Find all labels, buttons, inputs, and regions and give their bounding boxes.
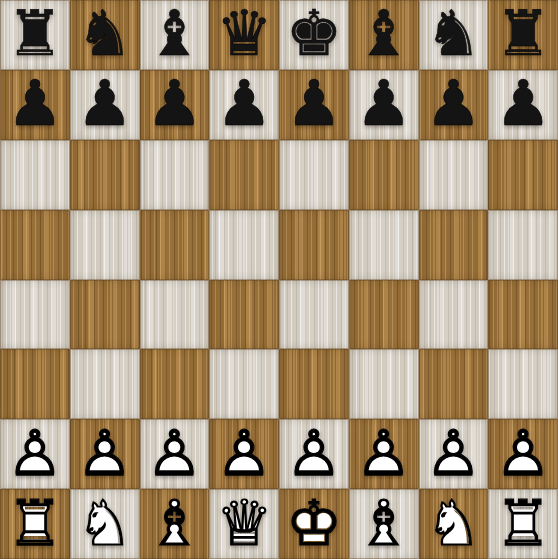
square-b1[interactable]: ♞♘ xyxy=(70,489,140,559)
square-e5[interactable] xyxy=(279,210,349,280)
square-h5[interactable] xyxy=(488,210,558,280)
square-h6[interactable] xyxy=(488,140,558,210)
square-a3[interactable] xyxy=(0,349,70,419)
square-f6[interactable] xyxy=(349,140,419,210)
square-g6[interactable] xyxy=(419,140,489,210)
square-h2[interactable]: ♟♙ xyxy=(488,419,558,489)
white-pawn-outline-icon: ♙ xyxy=(419,419,489,489)
black-king-icon: ♚ xyxy=(279,0,349,70)
chess-board: ♜♞♝♛♚♝♞♜♟♟♟♟♟♟♟♟♟♙♟♙♟♙♟♙♟♙♟♙♟♙♟♙♜♖♞♘♝♗♛♕… xyxy=(0,0,558,559)
square-a5[interactable] xyxy=(0,210,70,280)
square-g5[interactable] xyxy=(419,210,489,280)
black-bishop-icon: ♝ xyxy=(140,0,210,70)
piece-white-king[interactable]: ♚♔ xyxy=(279,489,349,559)
square-d6[interactable] xyxy=(209,140,279,210)
square-c6[interactable] xyxy=(140,140,210,210)
white-rook-outline-icon: ♖ xyxy=(488,489,558,559)
square-c3[interactable] xyxy=(140,349,210,419)
square-e6[interactable] xyxy=(279,140,349,210)
square-b8[interactable]: ♞ xyxy=(70,0,140,70)
square-c7[interactable]: ♟ xyxy=(140,70,210,140)
piece-black-knight[interactable]: ♞ xyxy=(419,0,489,70)
white-rook-outline-icon: ♖ xyxy=(0,489,70,559)
black-pawn-icon: ♟ xyxy=(488,70,558,140)
square-a7[interactable]: ♟ xyxy=(0,70,70,140)
piece-white-pawn[interactable]: ♟♙ xyxy=(209,419,279,489)
white-pawn-outline-icon: ♙ xyxy=(209,419,279,489)
square-c8[interactable]: ♝ xyxy=(140,0,210,70)
piece-white-queen[interactable]: ♛♕ xyxy=(209,489,279,559)
square-a4[interactable] xyxy=(0,280,70,350)
square-b5[interactable] xyxy=(70,210,140,280)
square-b6[interactable] xyxy=(70,140,140,210)
square-e2[interactable]: ♟♙ xyxy=(279,419,349,489)
black-pawn-icon: ♟ xyxy=(0,70,70,140)
piece-white-pawn[interactable]: ♟♙ xyxy=(279,419,349,489)
square-b2[interactable]: ♟♙ xyxy=(70,419,140,489)
square-h8[interactable]: ♜ xyxy=(488,0,558,70)
square-h1[interactable]: ♜♖ xyxy=(488,489,558,559)
square-c2[interactable]: ♟♙ xyxy=(140,419,210,489)
square-c1[interactable]: ♝♗ xyxy=(140,489,210,559)
square-e8[interactable]: ♚ xyxy=(279,0,349,70)
square-e3[interactable] xyxy=(279,349,349,419)
square-f1[interactable]: ♝♗ xyxy=(349,489,419,559)
piece-black-bishop[interactable]: ♝ xyxy=(349,0,419,70)
piece-black-pawn[interactable]: ♟ xyxy=(488,70,558,140)
square-a8[interactable]: ♜ xyxy=(0,0,70,70)
piece-black-king[interactable]: ♚ xyxy=(279,0,349,70)
piece-white-knight[interactable]: ♞♘ xyxy=(70,489,140,559)
white-king-outline-icon: ♔ xyxy=(279,489,349,559)
black-rook-icon: ♜ xyxy=(0,0,70,70)
piece-black-pawn[interactable]: ♟ xyxy=(140,70,210,140)
square-d8[interactable]: ♛ xyxy=(209,0,279,70)
square-e4[interactable] xyxy=(279,280,349,350)
black-pawn-icon: ♟ xyxy=(349,70,419,140)
square-g1[interactable]: ♞♘ xyxy=(419,489,489,559)
piece-black-pawn[interactable]: ♟ xyxy=(0,70,70,140)
white-bishop-outline-icon: ♗ xyxy=(140,489,210,559)
square-h3[interactable] xyxy=(488,349,558,419)
white-knight-outline-icon: ♘ xyxy=(419,489,489,559)
square-a1[interactable]: ♜♖ xyxy=(0,489,70,559)
square-e1[interactable]: ♚♔ xyxy=(279,489,349,559)
piece-black-pawn[interactable]: ♟ xyxy=(419,70,489,140)
square-f8[interactable]: ♝ xyxy=(349,0,419,70)
white-pawn-outline-icon: ♙ xyxy=(488,419,558,489)
piece-black-bishop[interactable]: ♝ xyxy=(140,0,210,70)
square-f2[interactable]: ♟♙ xyxy=(349,419,419,489)
white-bishop-outline-icon: ♗ xyxy=(349,489,419,559)
square-f3[interactable] xyxy=(349,349,419,419)
black-rook-icon: ♜ xyxy=(488,0,558,70)
piece-white-bishop[interactable]: ♝♗ xyxy=(140,489,210,559)
square-g7[interactable]: ♟ xyxy=(419,70,489,140)
square-h4[interactable] xyxy=(488,280,558,350)
black-queen-icon: ♛ xyxy=(209,0,279,70)
piece-white-rook[interactable]: ♜♖ xyxy=(488,489,558,559)
square-d4[interactable] xyxy=(209,280,279,350)
square-c5[interactable] xyxy=(140,210,210,280)
square-a6[interactable] xyxy=(0,140,70,210)
square-b3[interactable] xyxy=(70,349,140,419)
white-pawn-outline-icon: ♙ xyxy=(140,419,210,489)
black-pawn-icon: ♟ xyxy=(140,70,210,140)
square-d5[interactable] xyxy=(209,210,279,280)
piece-white-pawn[interactable]: ♟♙ xyxy=(0,419,70,489)
square-d3[interactable] xyxy=(209,349,279,419)
piece-black-pawn[interactable]: ♟ xyxy=(279,70,349,140)
piece-black-pawn[interactable]: ♟ xyxy=(70,70,140,140)
black-pawn-icon: ♟ xyxy=(419,70,489,140)
square-h7[interactable]: ♟ xyxy=(488,70,558,140)
piece-white-pawn[interactable]: ♟♙ xyxy=(349,419,419,489)
square-b4[interactable] xyxy=(70,280,140,350)
square-b7[interactable]: ♟ xyxy=(70,70,140,140)
white-pawn-outline-icon: ♙ xyxy=(349,419,419,489)
piece-white-pawn[interactable]: ♟♙ xyxy=(419,419,489,489)
piece-black-pawn[interactable]: ♟ xyxy=(209,70,279,140)
piece-black-rook[interactable]: ♜ xyxy=(488,0,558,70)
piece-black-knight[interactable]: ♞ xyxy=(70,0,140,70)
square-f7[interactable]: ♟ xyxy=(349,70,419,140)
square-g4[interactable] xyxy=(419,280,489,350)
piece-black-rook[interactable]: ♜ xyxy=(0,0,70,70)
square-g3[interactable] xyxy=(419,349,489,419)
square-a2[interactable]: ♟♙ xyxy=(0,419,70,489)
square-g8[interactable]: ♞ xyxy=(419,0,489,70)
black-pawn-icon: ♟ xyxy=(70,70,140,140)
piece-white-pawn[interactable]: ♟♙ xyxy=(70,419,140,489)
black-bishop-icon: ♝ xyxy=(349,0,419,70)
black-knight-icon: ♞ xyxy=(419,0,489,70)
black-knight-icon: ♞ xyxy=(70,0,140,70)
square-e7[interactable]: ♟ xyxy=(279,70,349,140)
square-f5[interactable] xyxy=(349,210,419,280)
piece-white-pawn[interactable]: ♟♙ xyxy=(140,419,210,489)
black-pawn-icon: ♟ xyxy=(209,70,279,140)
white-pawn-outline-icon: ♙ xyxy=(0,419,70,489)
piece-white-knight[interactable]: ♞♘ xyxy=(419,489,489,559)
piece-white-bishop[interactable]: ♝♗ xyxy=(349,489,419,559)
square-d7[interactable]: ♟ xyxy=(209,70,279,140)
square-f4[interactable] xyxy=(349,280,419,350)
square-c4[interactable] xyxy=(140,280,210,350)
square-d2[interactable]: ♟♙ xyxy=(209,419,279,489)
white-pawn-outline-icon: ♙ xyxy=(279,419,349,489)
piece-black-pawn[interactable]: ♟ xyxy=(349,70,419,140)
white-knight-outline-icon: ♘ xyxy=(70,489,140,559)
black-pawn-icon: ♟ xyxy=(279,70,349,140)
piece-white-pawn[interactable]: ♟♙ xyxy=(488,419,558,489)
square-g2[interactable]: ♟♙ xyxy=(419,419,489,489)
piece-white-rook[interactable]: ♜♖ xyxy=(0,489,70,559)
white-queen-outline-icon: ♕ xyxy=(209,489,279,559)
square-d1[interactable]: ♛♕ xyxy=(209,489,279,559)
piece-black-queen[interactable]: ♛ xyxy=(209,0,279,70)
white-pawn-outline-icon: ♙ xyxy=(70,419,140,489)
